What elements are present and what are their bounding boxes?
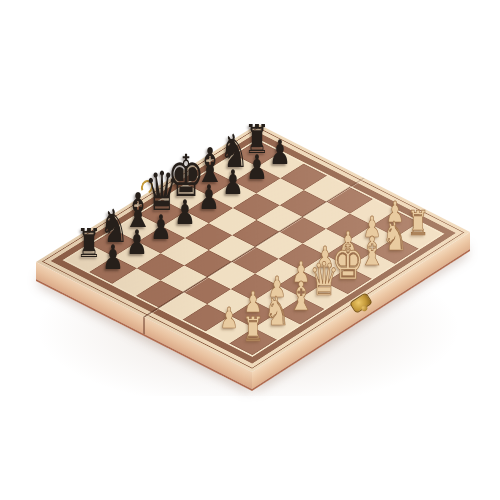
chess-piece-black-pawn: ♟: [174, 195, 196, 229]
chess-piece-white-knight: ♞: [382, 215, 408, 255]
chess-piece-white-pawn: ♟: [220, 304, 239, 333]
chess-piece-black-pawn: ♟: [269, 135, 291, 169]
chess-piece-black-pawn: ♟: [102, 240, 124, 274]
chess-piece-white-knight: ♞: [264, 291, 290, 331]
chess-piece-black-rook: ♜: [76, 223, 102, 263]
chess-piece-white-rook: ♜: [242, 312, 264, 346]
chess-piece-white-bishop: ♝: [288, 276, 314, 316]
chess-piece-black-pawn: ♟: [246, 150, 268, 184]
chess-piece-white-rook: ♜: [407, 206, 429, 240]
chess-piece-black-pawn: ♟: [222, 165, 244, 199]
fold-seam-notch: [143, 317, 144, 335]
chess-piece-black-pawn: ♟: [150, 210, 172, 244]
chess-set-photo-scene: ♜♞♝♛♚♝♞♜♟♟♟♟♟♟♟♟♟♟♟♟♟♟♟♟♜♞♝♛♚♝♞♜: [0, 0, 500, 500]
chess-piece-black-pawn: ♟: [198, 180, 220, 214]
chess-piece-black-pawn: ♟: [126, 225, 148, 259]
